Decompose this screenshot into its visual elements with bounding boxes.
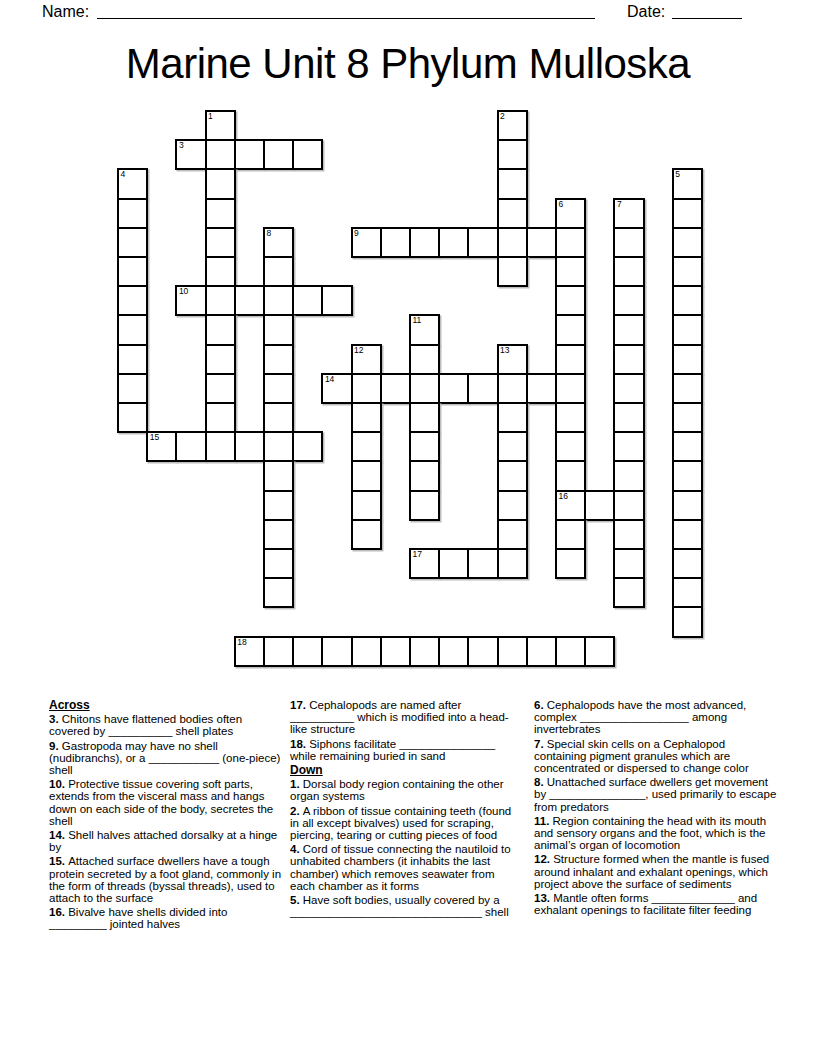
grid-cell[interactable] — [555, 227, 586, 258]
clue-across-14: 14. Shell halves attached dorsalky at a … — [49, 829, 284, 853]
cell-number-label: 2 — [500, 111, 505, 121]
cell-number-label: 11 — [413, 315, 422, 325]
grid-cell[interactable] — [497, 519, 528, 550]
grid-cell[interactable] — [351, 373, 382, 404]
clue-column-middle: 17. Cephalopods are named after ________… — [290, 699, 518, 920]
cell-number-label: 12 — [354, 345, 363, 355]
grid-cell[interactable] — [205, 139, 236, 170]
clue-across-16: 16. Bivalve have shells divided into ___… — [49, 906, 284, 930]
cell-number-label: 14 — [325, 374, 334, 384]
grid-cell[interactable] — [321, 636, 352, 667]
grid-cell[interactable] — [263, 314, 294, 345]
grid-cell[interactable] — [555, 256, 586, 287]
grid-cell[interactable] — [613, 460, 644, 491]
grid-cell[interactable] — [292, 431, 323, 462]
clue-number: 1. — [290, 778, 303, 790]
clue-down-1: 1. Dorsal body region containing the oth… — [290, 778, 518, 802]
grid-cell[interactable] — [380, 373, 411, 404]
grid-cell[interactable]: 5 — [672, 168, 703, 199]
grid-cell[interactable] — [672, 577, 703, 608]
grid-cell[interactable] — [497, 431, 528, 462]
grid-cell[interactable] — [351, 402, 382, 433]
grid-cell[interactable] — [613, 314, 644, 345]
grid-cell[interactable] — [555, 519, 586, 550]
grid-cell[interactable] — [613, 373, 644, 404]
grid-cell[interactable] — [613, 285, 644, 316]
grid-cell[interactable] — [117, 256, 148, 287]
grid-cell[interactable]: 6 — [555, 198, 586, 229]
clue-number: 3. — [49, 713, 62, 725]
grid-cell[interactable] — [263, 139, 294, 170]
grid-cell[interactable] — [409, 431, 440, 462]
grid-cell[interactable] — [555, 344, 586, 375]
clue-number: 7. — [534, 738, 547, 750]
grid-cell[interactable] — [613, 344, 644, 375]
grid-cell[interactable] — [613, 577, 644, 608]
grid-cell[interactable] — [117, 198, 148, 229]
grid-cell[interactable] — [672, 402, 703, 433]
grid-cell[interactable] — [555, 548, 586, 579]
grid-cell[interactable] — [263, 460, 294, 491]
grid-cell[interactable] — [409, 636, 440, 667]
clue-number: 16. — [49, 906, 68, 918]
grid-cell[interactable]: 14 — [321, 373, 352, 404]
grid-cell[interactable] — [613, 402, 644, 433]
grid-cell[interactable] — [467, 227, 498, 258]
grid-cell[interactable] — [205, 168, 236, 199]
clue-number: 18. — [290, 738, 309, 750]
cell-number-label: 1 — [208, 111, 213, 121]
grid-cell[interactable] — [351, 431, 382, 462]
grid-cell[interactable] — [497, 636, 528, 667]
grid-cell[interactable] — [497, 548, 528, 579]
grid-cell[interactable] — [438, 548, 469, 579]
grid-cell[interactable] — [263, 636, 294, 667]
cell-number-label: 15 — [150, 432, 159, 442]
grid-cell[interactable]: 15 — [146, 431, 177, 462]
clue-across-9: 9. Gastropoda may have no shell (nudibra… — [49, 740, 284, 777]
grid-cell[interactable] — [555, 402, 586, 433]
cell-number-label: 4 — [121, 169, 126, 179]
clue-number: 5. — [290, 894, 303, 906]
grid-cell[interactable] — [380, 636, 411, 667]
grid-cell[interactable] — [526, 373, 557, 404]
clue-column-right: 6. Cephalopods have the most advanced, c… — [534, 699, 777, 918]
grid-cell[interactable] — [263, 402, 294, 433]
grid-cell[interactable] — [292, 636, 323, 667]
grid-cell[interactable] — [672, 285, 703, 316]
grid-cell[interactable]: 16 — [555, 490, 586, 521]
clue-number: 13. — [534, 892, 553, 904]
clue-across-3: 3. Chitons have flattened bodies often c… — [49, 713, 284, 737]
cell-number-label: 13 — [500, 345, 509, 355]
grid-cell[interactable] — [438, 373, 469, 404]
grid-cell[interactable] — [526, 227, 557, 258]
clue-down-11: 11. Region containing the head with its … — [534, 815, 777, 852]
grid-cell[interactable] — [672, 460, 703, 491]
grid-cell[interactable] — [584, 490, 615, 521]
grid-cell[interactable] — [321, 285, 352, 316]
cell-number-label: 18 — [237, 637, 246, 647]
clue-down-7: 7. Special skin cells on a Cephalopod co… — [534, 738, 777, 775]
grid-cell[interactable] — [205, 431, 236, 462]
grid-cell[interactable] — [380, 227, 411, 258]
grid-cell[interactable]: 7 — [613, 198, 644, 229]
grid-cell[interactable] — [672, 548, 703, 579]
cell-number-label: 9 — [354, 228, 359, 238]
grid-cell[interactable] — [497, 460, 528, 491]
grid-cell[interactable] — [205, 198, 236, 229]
grid-cell[interactable] — [117, 285, 148, 316]
grid-cell[interactable] — [497, 256, 528, 287]
grid-cell[interactable] — [205, 402, 236, 433]
grid-cell[interactable] — [613, 519, 644, 550]
grid-cell[interactable] — [292, 139, 323, 170]
clue-number: 11. — [534, 815, 553, 827]
grid-cell[interactable] — [205, 314, 236, 345]
grid-cell[interactable] — [263, 519, 294, 550]
grid-cell[interactable] — [672, 198, 703, 229]
grid-cell[interactable]: 3 — [175, 139, 206, 170]
grid-cell[interactable] — [555, 431, 586, 462]
grid-cell[interactable] — [438, 227, 469, 258]
grid-cell[interactable] — [672, 431, 703, 462]
cell-number-label: 10 — [179, 286, 188, 296]
grid-cell[interactable] — [263, 256, 294, 287]
grid-cell[interactable]: 4 — [117, 168, 148, 199]
page-title: Marine Unit 8 Phylum Mulloska — [0, 40, 816, 88]
clue-number: 2. — [290, 805, 303, 817]
grid-cell[interactable] — [117, 373, 148, 404]
grid-cell[interactable] — [409, 460, 440, 491]
grid-cell[interactable]: 1 — [205, 110, 236, 141]
clue-across-10: 10. Protective tissue covering soft part… — [49, 778, 284, 827]
grid-cell[interactable] — [497, 227, 528, 258]
clue-across-15: 15. Attached surface dwellers have a tou… — [49, 855, 284, 904]
grid-cell[interactable] — [409, 344, 440, 375]
clue-down-5: 5. Have soft bodies, usually covered by … — [290, 894, 518, 918]
grid-cell[interactable] — [497, 168, 528, 199]
grid-cell[interactable] — [497, 490, 528, 521]
grid-cell[interactable] — [263, 548, 294, 579]
grid-cell[interactable] — [613, 256, 644, 287]
cell-number-label: 8 — [267, 228, 272, 238]
clue-number: 4. — [290, 843, 303, 855]
name-label: Name: — [42, 3, 89, 21]
clues-across-header: Across — [49, 699, 284, 711]
grid-cell[interactable] — [555, 285, 586, 316]
grid-cell[interactable]: 2 — [497, 110, 528, 141]
grid-cell[interactable] — [672, 373, 703, 404]
grid-cell[interactable] — [117, 227, 148, 258]
grid-cell[interactable] — [234, 139, 265, 170]
grid-cell[interactable] — [672, 227, 703, 258]
grid-cell[interactable] — [409, 402, 440, 433]
grid-cell[interactable] — [117, 402, 148, 433]
clue-column-left: Across3. Chitons have flattened bodies o… — [49, 699, 284, 933]
grid-cell[interactable] — [467, 548, 498, 579]
grid-cell[interactable] — [438, 636, 469, 667]
grid-cell[interactable] — [672, 314, 703, 345]
clues-down-header: Down — [290, 764, 518, 776]
grid-cell[interactable] — [351, 636, 382, 667]
grid-cell[interactable]: 10 — [175, 285, 206, 316]
grid-cell[interactable] — [117, 344, 148, 375]
cell-number-label: 3 — [179, 140, 184, 150]
clue-down-13: 13. Mantle often forms _____________ and… — [534, 892, 777, 916]
clue-down-6: 6. Cephalopods have the most advanced, c… — [534, 699, 777, 736]
grid-cell[interactable] — [613, 490, 644, 521]
clue-number: 9. — [49, 740, 62, 752]
grid-cell[interactable] — [205, 285, 236, 316]
grid-cell[interactable] — [234, 285, 265, 316]
grid-cell[interactable]: 8 — [263, 227, 294, 258]
grid-cell[interactable] — [263, 373, 294, 404]
grid-cell[interactable] — [409, 490, 440, 521]
grid-cell[interactable] — [292, 285, 323, 316]
grid-cell[interactable] — [263, 577, 294, 608]
cell-number-label: 17 — [413, 549, 422, 559]
clue-number: 12. — [534, 853, 553, 865]
grid-cell[interactable] — [205, 344, 236, 375]
grid-cell[interactable] — [263, 431, 294, 462]
grid-cell[interactable] — [263, 344, 294, 375]
grid-cell[interactable]: 12 — [351, 344, 382, 375]
crossword-grid: 123456789101112131415161718 — [117, 110, 704, 668]
grid-cell[interactable] — [555, 460, 586, 491]
grid-cell[interactable] — [497, 402, 528, 433]
clue-down-8: 8. Unattached surface dwellers get movem… — [534, 776, 777, 813]
date-blank-line — [672, 18, 742, 19]
grid-cell[interactable]: 13 — [497, 344, 528, 375]
clue-number: 10. — [49, 778, 68, 790]
clue-number: 15. — [49, 855, 68, 867]
grid-cell[interactable] — [613, 548, 644, 579]
clue-across-17: 17. Cephalopods are named after ________… — [290, 699, 518, 736]
grid-cell[interactable] — [175, 431, 206, 462]
grid-cell[interactable] — [467, 636, 498, 667]
grid-cell[interactable] — [205, 227, 236, 258]
clue-number: 6. — [534, 699, 547, 711]
grid-cell[interactable] — [555, 314, 586, 345]
grid-cell[interactable] — [672, 519, 703, 550]
grid-cell[interactable] — [409, 373, 440, 404]
cell-number-label: 16 — [559, 491, 568, 501]
grid-cell[interactable] — [263, 490, 294, 521]
grid-cell[interactable] — [351, 460, 382, 491]
grid-cell[interactable] — [351, 490, 382, 521]
grid-cell[interactable] — [263, 285, 294, 316]
grid-cell[interactable] — [672, 344, 703, 375]
grid-cell[interactable] — [555, 373, 586, 404]
worksheet-page: Name: Date: Marine Unit 8 Phylum Mullosk… — [0, 0, 816, 1056]
grid-cell[interactable]: 18 — [234, 636, 265, 667]
cell-number-label: 7 — [617, 199, 622, 209]
grid-cell[interactable] — [205, 373, 236, 404]
grid-cell[interactable] — [409, 227, 440, 258]
cell-number-label: 5 — [675, 169, 680, 179]
grid-cell[interactable] — [672, 606, 703, 637]
grid-cell[interactable] — [467, 373, 498, 404]
grid-cell[interactable]: 9 — [351, 227, 382, 258]
grid-cell[interactable] — [526, 636, 557, 667]
grid-cell[interactable] — [497, 373, 528, 404]
date-label: Date: — [627, 3, 665, 21]
name-blank-line — [97, 18, 595, 19]
clue-down-2: 2. A ribbon of tissue containing teeth (… — [290, 805, 518, 842]
grid-cell[interactable] — [555, 636, 586, 667]
clue-across-18: 18. Siphons facilitate _______________ w… — [290, 738, 518, 762]
clue-down-12: 12. Structure formed when the mantle is … — [534, 853, 777, 890]
cell-number-label: 6 — [559, 199, 564, 209]
clue-number: 14. — [49, 829, 68, 841]
grid-cell[interactable] — [672, 490, 703, 521]
grid-cell[interactable]: 17 — [409, 548, 440, 579]
grid-cell[interactable] — [117, 314, 148, 345]
grid-cell[interactable] — [351, 519, 382, 550]
clue-number: 8. — [534, 776, 547, 788]
grid-cell[interactable] — [234, 431, 265, 462]
clue-number: 17. — [290, 699, 309, 711]
clue-down-4: 4. Cord of tissue connecting the nautilo… — [290, 843, 518, 892]
grid-cell[interactable] — [205, 256, 236, 287]
grid-cell[interactable]: 11 — [409, 314, 440, 345]
grid-cell[interactable] — [613, 227, 644, 258]
grid-cell[interactable] — [497, 198, 528, 229]
grid-cell[interactable] — [672, 256, 703, 287]
grid-cell[interactable] — [613, 431, 644, 462]
grid-cell[interactable] — [584, 636, 615, 667]
grid-cell[interactable] — [497, 139, 528, 170]
